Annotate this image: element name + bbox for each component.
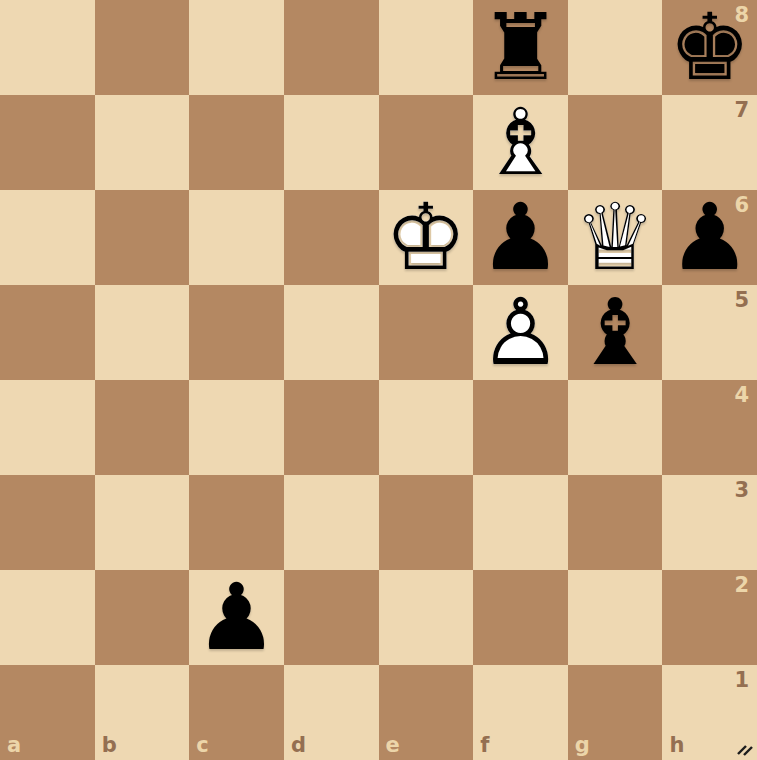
square-h3[interactable]: 3 [662,475,757,570]
square-a3[interactable] [0,475,95,570]
square-f4[interactable] [473,380,568,475]
file-label-f: f [480,735,489,756]
square-a6[interactable] [0,190,95,285]
square-b6[interactable] [95,190,190,285]
file-label-g: g [575,735,590,756]
square-c4[interactable] [189,380,284,475]
square-e5[interactable] [379,285,474,380]
square-g8[interactable] [568,0,663,95]
square-e1[interactable]: e [379,665,474,760]
rank-label-5: 5 [734,290,749,311]
white-bishop[interactable]: ♝♗ [479,95,561,190]
square-g4[interactable] [568,380,663,475]
rank-label-2: 2 [734,575,749,596]
square-g2[interactable] [568,570,663,665]
square-c6[interactable] [189,190,284,285]
square-e4[interactable] [379,380,474,475]
square-a7[interactable] [0,95,95,190]
square-a4[interactable] [0,380,95,475]
white-pawn[interactable]: ♟♙ [479,285,561,380]
square-a1[interactable]: a [0,665,95,760]
chess-board: ♜♚8♝♗7♚♔♟♛♕♟6♟♙♝543♟2abcdefgh1 [0,0,757,760]
square-e7[interactable] [379,95,474,190]
square-b5[interactable] [95,285,190,380]
diagonal-resize-icon [735,738,755,758]
square-e8[interactable] [379,0,474,95]
square-f8[interactable]: ♜ [473,0,568,95]
square-e3[interactable] [379,475,474,570]
square-c1[interactable]: c [189,665,284,760]
square-d5[interactable] [284,285,379,380]
square-g5[interactable]: ♝ [568,285,663,380]
square-f2[interactable] [473,570,568,665]
file-label-b: b [102,735,117,756]
rank-label-7: 7 [734,100,749,121]
white-king[interactable]: ♚♔ [385,190,467,285]
black-king[interactable]: ♚ [668,0,750,95]
square-d6[interactable] [284,190,379,285]
square-b1[interactable]: b [95,665,190,760]
square-g6[interactable]: ♛♕ [568,190,663,285]
black-bishop[interactable]: ♝ [574,285,656,380]
square-h5[interactable]: 5 [662,285,757,380]
square-c2[interactable]: ♟ [189,570,284,665]
square-a5[interactable] [0,285,95,380]
square-d4[interactable] [284,380,379,475]
square-f7[interactable]: ♝♗ [473,95,568,190]
square-c8[interactable] [189,0,284,95]
square-h7[interactable]: 7 [662,95,757,190]
square-d8[interactable] [284,0,379,95]
square-a2[interactable] [0,570,95,665]
square-d1[interactable]: d [284,665,379,760]
file-label-d: d [291,735,306,756]
file-label-h: h [669,735,684,756]
square-b3[interactable] [95,475,190,570]
square-h2[interactable]: 2 [662,570,757,665]
black-pawn[interactable]: ♟ [668,190,750,285]
square-h6[interactable]: ♟6 [662,190,757,285]
square-f6[interactable]: ♟ [473,190,568,285]
square-b7[interactable] [95,95,190,190]
square-a8[interactable] [0,0,95,95]
square-f1[interactable]: f [473,665,568,760]
rank-label-1: 1 [734,670,749,691]
black-rook[interactable]: ♜ [479,0,561,95]
file-label-e: e [386,735,400,756]
square-g3[interactable] [568,475,663,570]
square-e6[interactable]: ♚♔ [379,190,474,285]
file-label-c: c [196,735,208,756]
board-resize-handle[interactable] [735,738,755,758]
square-h8[interactable]: ♚8 [662,0,757,95]
square-b4[interactable] [95,380,190,475]
square-g1[interactable]: g [568,665,663,760]
square-b8[interactable] [95,0,190,95]
rank-label-4: 4 [734,385,749,406]
square-c3[interactable] [189,475,284,570]
black-pawn[interactable]: ♟ [195,570,277,665]
white-queen[interactable]: ♛♕ [574,190,656,285]
square-d7[interactable] [284,95,379,190]
square-b2[interactable] [95,570,190,665]
file-label-a: a [7,735,21,756]
black-pawn[interactable]: ♟ [479,190,561,285]
square-c5[interactable] [189,285,284,380]
square-d3[interactable] [284,475,379,570]
square-h4[interactable]: 4 [662,380,757,475]
square-f5[interactable]: ♟♙ [473,285,568,380]
square-d2[interactable] [284,570,379,665]
square-c7[interactable] [189,95,284,190]
square-g7[interactable] [568,95,663,190]
square-f3[interactable] [473,475,568,570]
square-e2[interactable] [379,570,474,665]
rank-label-3: 3 [734,480,749,501]
